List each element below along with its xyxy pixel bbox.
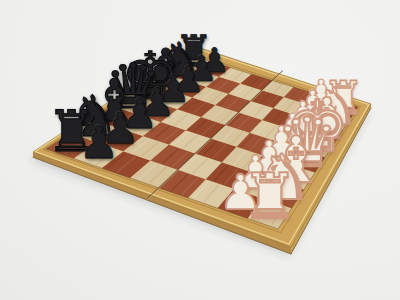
piece-white-bishop-f1: ♝ — [301, 90, 352, 146]
piece-white-pawn-b2: ♟ — [235, 150, 276, 196]
piece-white-king-e1: ♚ — [286, 93, 349, 164]
chess-pieces-layer: ♜♟♞♟♝♟♚♟♟♛♜♟♟♝♞♟♟♞♝♟♟♜♚♟♟♛♟♝♟♞♟♜ — [0, 0, 400, 300]
piece-white-pawn-a2: ♟ — [219, 168, 262, 216]
piece-white-bishop-c1: ♝ — [267, 128, 325, 192]
piece-black-pawn-b7: ♟ — [101, 107, 139, 150]
piece-black-pawn-h7: ♟ — [199, 44, 229, 78]
piece-white-pawn-f2: ♟ — [286, 96, 320, 134]
piece-white-pawn-d2: ♟ — [263, 121, 300, 163]
piece-black-rook-h8: ♜ — [174, 30, 213, 73]
piece-white-pawn-g2: ♟ — [296, 86, 329, 123]
piece-black-rook-a8: ♜ — [46, 103, 97, 160]
piece-white-queen-d1: ♛ — [277, 109, 338, 177]
piece-black-queen-d8: ♛ — [105, 57, 161, 120]
piece-white-knight-g1: ♞ — [313, 82, 358, 133]
piece-black-pawn-e7: ♟ — [156, 71, 190, 109]
piece-black-pawn-d7: ♟ — [139, 82, 174, 121]
piece-white-pawn-e2: ♟ — [275, 108, 311, 148]
piece-white-pawn-c2: ♟ — [249, 135, 288, 179]
piece-black-knight-g8: ♞ — [159, 36, 201, 83]
piece-black-pawn-g7: ♟ — [186, 52, 217, 87]
piece-black-bishop-f8: ♝ — [142, 42, 189, 94]
chess-set-render: ♜♟♞♟♝♟♚♟♟♛♜♟♟♝♞♟♟♞♝♟♟♜♚♟♟♛♟♝♟♞♟♜ — [0, 0, 400, 300]
piece-white-rook-a1: ♜ — [242, 166, 298, 229]
piece-white-rook-h1: ♜ — [323, 74, 365, 120]
piece-black-pawn-a7: ♟ — [79, 122, 119, 167]
piece-black-king-e8: ♚ — [121, 43, 179, 108]
piece-white-pawn-h2: ♟ — [305, 76, 337, 112]
piece-black-pawn-f7: ♟ — [172, 62, 205, 98]
piece-black-bishop-c8: ♝ — [88, 72, 141, 131]
piece-black-knight-b8: ♞ — [69, 87, 120, 144]
piece-white-knight-b1: ♞ — [255, 147, 311, 210]
piece-black-pawn-c7: ♟ — [121, 94, 158, 135]
